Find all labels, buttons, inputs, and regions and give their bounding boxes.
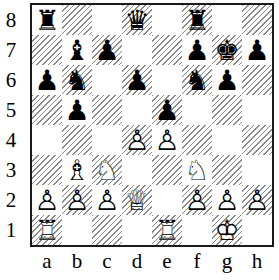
white-knight-piece: ♞♘ <box>92 155 122 185</box>
square-a6[interactable]: ♟ <box>32 65 62 95</box>
black-pawn-piece: ♟ <box>182 35 212 65</box>
chess-board: ♜♛♜♝♟♟♚♟♟♞♟♞♟♟♟♟♙♟♙♝♗♞♘♞♘♟♙♟♙♟♙♛♕♟♙♟♙♟♙♜… <box>30 3 274 247</box>
black-pawn-piece: ♟ <box>62 95 92 125</box>
file-label-g: g <box>212 249 242 277</box>
rank-label-8: 8 <box>0 5 22 35</box>
square-a4[interactable] <box>32 125 62 155</box>
square-a7[interactable] <box>32 35 62 65</box>
square-f8[interactable]: ♜ <box>182 5 212 35</box>
file-label-b: b <box>62 249 92 277</box>
square-a8[interactable]: ♜ <box>32 5 62 35</box>
square-c4[interactable] <box>92 125 122 155</box>
square-h4[interactable] <box>242 125 272 155</box>
white-rook-piece: ♜♖ <box>152 215 182 245</box>
square-d3[interactable] <box>122 155 152 185</box>
square-c6[interactable] <box>92 65 122 95</box>
square-d5[interactable] <box>122 95 152 125</box>
square-c5[interactable] <box>92 95 122 125</box>
white-pawn-piece: ♟♙ <box>122 125 152 155</box>
square-e6[interactable] <box>152 65 182 95</box>
square-e4[interactable]: ♟♙ <box>152 125 182 155</box>
white-pawn-piece: ♟♙ <box>32 185 62 215</box>
white-bishop-piece: ♝♗ <box>62 155 92 185</box>
square-d2[interactable]: ♛♕ <box>122 185 152 215</box>
square-g5[interactable] <box>212 95 242 125</box>
black-pawn-piece: ♟ <box>122 65 152 95</box>
square-b1[interactable] <box>62 215 92 245</box>
rank-label-7: 7 <box>0 35 22 65</box>
black-knight-piece: ♞ <box>182 65 212 95</box>
square-b5[interactable]: ♟ <box>62 95 92 125</box>
rank-label-1: 1 <box>0 215 22 245</box>
square-e1[interactable]: ♜♖ <box>152 215 182 245</box>
black-bishop-piece: ♝ <box>62 35 92 65</box>
white-pawn-piece: ♟♙ <box>212 185 242 215</box>
square-h6[interactable] <box>242 65 272 95</box>
square-g3[interactable] <box>212 155 242 185</box>
square-c3[interactable]: ♞♘ <box>92 155 122 185</box>
square-a1[interactable]: ♜♖ <box>32 215 62 245</box>
file-label-a: a <box>32 249 62 277</box>
white-king-piece: ♚♔ <box>212 215 242 245</box>
rank-label-6: 6 <box>0 65 22 95</box>
square-b2[interactable]: ♟♙ <box>62 185 92 215</box>
white-pawn-piece: ♟♙ <box>62 185 92 215</box>
white-pawn-piece: ♟♙ <box>92 185 122 215</box>
square-g4[interactable] <box>212 125 242 155</box>
black-pawn-piece: ♟ <box>32 65 62 95</box>
square-e8[interactable] <box>152 5 182 35</box>
black-king-piece: ♚ <box>212 35 242 65</box>
file-label-d: d <box>122 249 152 277</box>
white-pawn-piece: ♟♙ <box>152 125 182 155</box>
chess-diagram: 87654321 ♜♛♜♝♟♟♚♟♟♞♟♞♟♟♟♟♙♟♙♝♗♞♘♞♘♟♙♟♙♟♙… <box>0 0 279 280</box>
square-d8[interactable]: ♛ <box>122 5 152 35</box>
square-g1[interactable]: ♚♔ <box>212 215 242 245</box>
black-pawn-piece: ♟ <box>212 65 242 95</box>
square-f7[interactable]: ♟ <box>182 35 212 65</box>
square-d6[interactable]: ♟ <box>122 65 152 95</box>
white-queen-piece: ♛♕ <box>122 185 152 215</box>
square-b8[interactable] <box>62 5 92 35</box>
square-d4[interactable]: ♟♙ <box>122 125 152 155</box>
square-h2[interactable]: ♟♙ <box>242 185 272 215</box>
square-a2[interactable]: ♟♙ <box>32 185 62 215</box>
file-label-e: e <box>152 249 182 277</box>
square-f6[interactable]: ♞ <box>182 65 212 95</box>
black-queen-piece: ♛ <box>122 5 152 35</box>
rank-label-2: 2 <box>0 185 22 215</box>
square-f3[interactable]: ♞♘ <box>182 155 212 185</box>
white-knight-piece: ♞♘ <box>182 155 212 185</box>
square-d1[interactable] <box>122 215 152 245</box>
rank-label-3: 3 <box>0 155 22 185</box>
square-h3[interactable] <box>242 155 272 185</box>
square-h8[interactable] <box>242 5 272 35</box>
square-a5[interactable] <box>32 95 62 125</box>
black-rook-piece: ♜ <box>32 5 62 35</box>
square-g2[interactable]: ♟♙ <box>212 185 242 215</box>
black-knight-piece: ♞ <box>62 65 92 95</box>
square-b6[interactable]: ♞ <box>62 65 92 95</box>
square-e7[interactable] <box>152 35 182 65</box>
file-label-f: f <box>182 249 212 277</box>
square-b3[interactable]: ♝♗ <box>62 155 92 185</box>
square-h7[interactable]: ♟ <box>242 35 272 65</box>
square-f5[interactable] <box>182 95 212 125</box>
square-h1[interactable] <box>242 215 272 245</box>
black-rook-piece: ♜ <box>182 5 212 35</box>
rank-labels: 87654321 <box>0 5 22 245</box>
square-f4[interactable] <box>182 125 212 155</box>
square-g8[interactable] <box>212 5 242 35</box>
square-h5[interactable] <box>242 95 272 125</box>
black-pawn-piece: ♟ <box>92 35 122 65</box>
square-f2[interactable]: ♟♙ <box>182 185 212 215</box>
square-b4[interactable] <box>62 125 92 155</box>
rank-label-5: 5 <box>0 95 22 125</box>
white-pawn-piece: ♟♙ <box>242 185 272 215</box>
square-e2[interactable] <box>152 185 182 215</box>
square-e3[interactable] <box>152 155 182 185</box>
rank-label-4: 4 <box>0 125 22 155</box>
square-c8[interactable] <box>92 5 122 35</box>
square-c2[interactable]: ♟♙ <box>92 185 122 215</box>
file-label-h: h <box>242 249 272 277</box>
square-c1[interactable] <box>92 215 122 245</box>
square-a3[interactable] <box>32 155 62 185</box>
square-f1[interactable] <box>182 215 212 245</box>
square-e5[interactable]: ♟ <box>152 95 182 125</box>
square-b7[interactable]: ♝ <box>62 35 92 65</box>
file-label-c: c <box>92 249 122 277</box>
square-g7[interactable]: ♚ <box>212 35 242 65</box>
square-d7[interactable] <box>122 35 152 65</box>
white-pawn-piece: ♟♙ <box>182 185 212 215</box>
square-g6[interactable]: ♟ <box>212 65 242 95</box>
square-c7[interactable]: ♟ <box>92 35 122 65</box>
white-rook-piece: ♜♖ <box>32 215 62 245</box>
black-pawn-piece: ♟ <box>152 95 182 125</box>
file-labels: abcdefgh <box>32 249 272 277</box>
black-pawn-piece: ♟ <box>242 35 272 65</box>
